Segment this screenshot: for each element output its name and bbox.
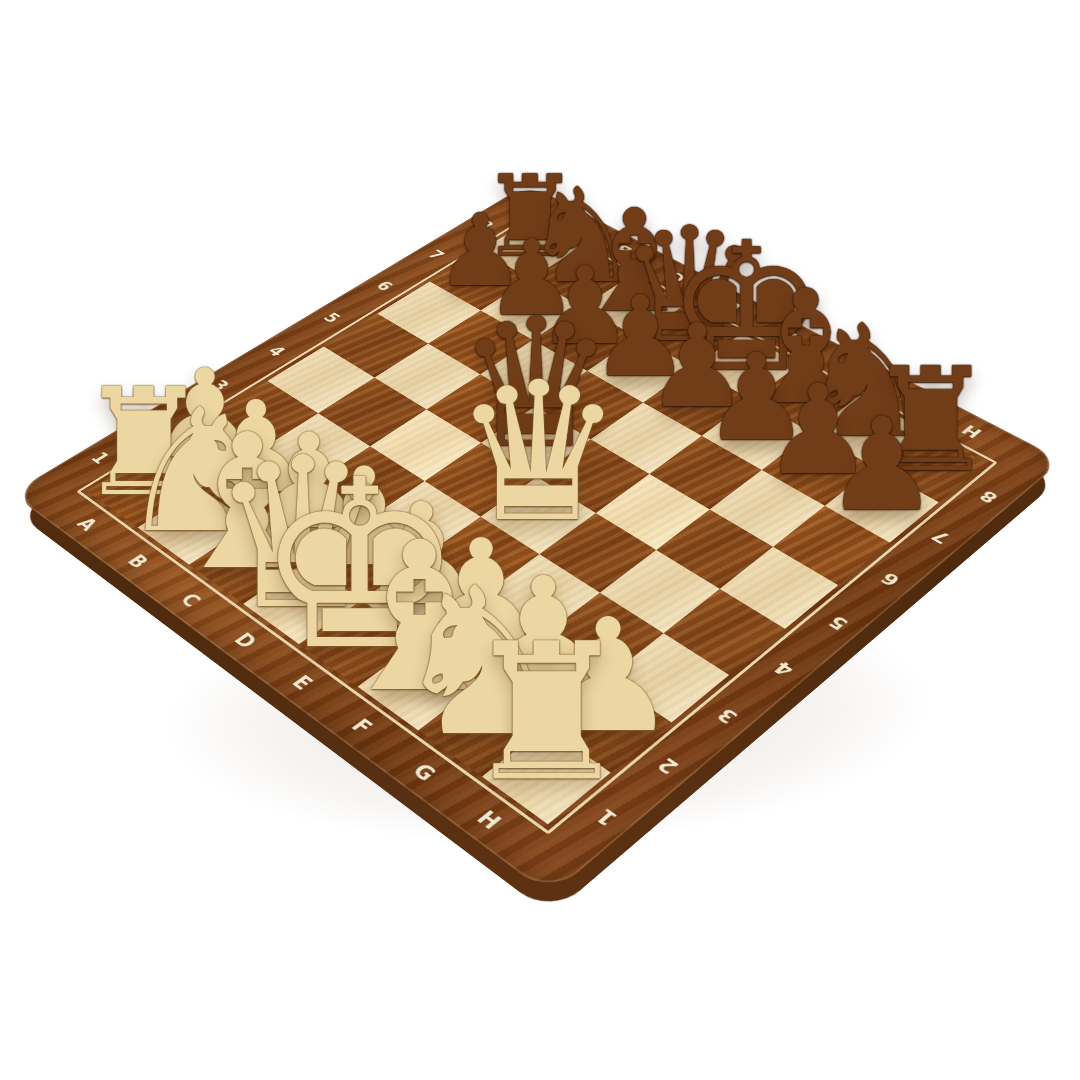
square-f5[interactable] bbox=[595, 473, 710, 549]
square-g1[interactable] bbox=[418, 682, 545, 776]
square-anchor bbox=[314, 448, 317, 450]
square-anchor bbox=[480, 728, 483, 730]
square-b1[interactable] bbox=[137, 488, 252, 565]
square-anchor bbox=[778, 587, 781, 589]
file-label-near-A: A bbox=[72, 515, 102, 535]
square-anchor bbox=[535, 441, 538, 443]
square-h6[interactable] bbox=[773, 506, 890, 585]
square-anchor bbox=[688, 335, 691, 337]
square-anchor bbox=[418, 684, 421, 686]
square-e4[interactable] bbox=[481, 477, 596, 554]
square-anchor bbox=[530, 309, 533, 311]
rank-label-left-2: 2 bbox=[147, 413, 175, 430]
file-label-near-H: H bbox=[471, 807, 506, 834]
square-anchor bbox=[308, 522, 311, 524]
square-anchor bbox=[479, 280, 482, 281]
file-label-far-G: G bbox=[895, 389, 923, 407]
square-anchor bbox=[542, 680, 545, 682]
square-anchor bbox=[723, 631, 726, 633]
square-e1[interactable] bbox=[299, 600, 421, 687]
square-g3[interactable] bbox=[542, 592, 664, 678]
square-anchor bbox=[428, 312, 431, 314]
square-anchor bbox=[479, 342, 482, 344]
square-anchor bbox=[633, 305, 636, 307]
file-label-near-F: F bbox=[346, 715, 378, 738]
square-anchor bbox=[645, 437, 648, 439]
square-f3[interactable] bbox=[481, 554, 600, 637]
square-g4[interactable] bbox=[600, 550, 719, 633]
square-anchor bbox=[142, 489, 145, 491]
square-anchor bbox=[666, 677, 669, 679]
rank-label-right-6: 6 bbox=[876, 568, 905, 589]
square-anchor bbox=[539, 594, 542, 596]
rank-label-left-4: 4 bbox=[264, 343, 290, 359]
square-anchor bbox=[596, 552, 599, 554]
square-anchor bbox=[532, 372, 535, 374]
rank-label-right-8: 8 bbox=[975, 487, 1002, 506]
square-g2[interactable] bbox=[481, 636, 605, 726]
square-anchor bbox=[479, 408, 482, 410]
square-f1[interactable] bbox=[357, 640, 481, 730]
square-anchor bbox=[479, 479, 482, 481]
square-h4[interactable] bbox=[664, 589, 786, 675]
square-anchor bbox=[704, 472, 707, 474]
square-anchor bbox=[755, 434, 758, 436]
square-anchor bbox=[320, 379, 323, 381]
square-anchor bbox=[651, 511, 654, 513]
square-anchor bbox=[375, 345, 378, 347]
square-anchor bbox=[371, 411, 374, 413]
file-label-far-A: A bbox=[560, 215, 585, 230]
square-e3[interactable] bbox=[423, 516, 540, 596]
square-h5[interactable] bbox=[719, 546, 838, 629]
rank-label-left-7: 7 bbox=[424, 248, 449, 263]
square-anchor bbox=[358, 642, 361, 644]
square-anchor bbox=[588, 404, 591, 406]
square-d3[interactable] bbox=[366, 481, 481, 558]
square-anchor bbox=[367, 482, 370, 484]
square-anchor bbox=[537, 515, 540, 517]
file-label-near-B: B bbox=[123, 552, 154, 573]
square-anchor bbox=[607, 724, 610, 726]
square-anchor bbox=[766, 507, 769, 509]
square-anchor bbox=[592, 475, 595, 477]
square-anchor bbox=[866, 430, 869, 432]
square-anchor bbox=[545, 774, 548, 776]
square-anchor bbox=[263, 414, 266, 416]
square-anchor bbox=[580, 277, 583, 278]
square-anchor bbox=[584, 338, 587, 340]
rank-label-right-2: 2 bbox=[652, 753, 684, 777]
square-h1[interactable] bbox=[482, 726, 611, 824]
file-label-far-C: C bbox=[664, 269, 689, 284]
square-anchor bbox=[929, 465, 932, 467]
square-c1[interactable] bbox=[189, 524, 306, 604]
rank-label-right-3: 3 bbox=[712, 704, 743, 727]
rank-label-left-1: 1 bbox=[86, 449, 114, 467]
file-label-near-G: G bbox=[407, 760, 441, 786]
photo-background: AABBCCDDEEFFGGHH1122334455667788 ♜♞♝♛♚♝♞… bbox=[0, 0, 1080, 1080]
square-d2[interactable] bbox=[306, 520, 423, 600]
square-anchor bbox=[696, 401, 699, 403]
file-label-far-D: D bbox=[718, 297, 745, 314]
square-anchor bbox=[193, 525, 196, 527]
square-anchor bbox=[804, 397, 807, 399]
square-anchor bbox=[426, 376, 429, 378]
square-anchor bbox=[817, 468, 820, 470]
rank-label-left-5: 5 bbox=[319, 310, 345, 326]
square-g6[interactable] bbox=[710, 470, 825, 546]
square-d1[interactable] bbox=[243, 561, 362, 644]
square-anchor bbox=[745, 366, 748, 368]
square-anchor bbox=[420, 598, 423, 600]
square-anchor bbox=[422, 518, 425, 520]
square-anchor bbox=[601, 635, 604, 637]
file-label-far-B: B bbox=[611, 242, 636, 257]
file-label-far-H: H bbox=[957, 422, 986, 441]
square-anchor bbox=[529, 249, 531, 250]
square-anchor bbox=[480, 638, 483, 640]
rank-label-right-4: 4 bbox=[769, 657, 799, 679]
rank-label-left-8: 8 bbox=[473, 218, 497, 232]
square-f2[interactable] bbox=[420, 596, 542, 682]
square-anchor bbox=[881, 504, 884, 506]
rank-label-left-6: 6 bbox=[372, 279, 397, 294]
file-label-far-E: E bbox=[776, 327, 801, 343]
file-label-near-E: E bbox=[287, 672, 318, 694]
rank-label-right-1: 1 bbox=[590, 804, 623, 830]
square-h7[interactable] bbox=[825, 466, 940, 542]
square-e2[interactable] bbox=[362, 557, 481, 640]
file-label-near-C: C bbox=[175, 590, 206, 611]
square-g5[interactable] bbox=[656, 509, 773, 588]
rank-label-left-3: 3 bbox=[206, 377, 233, 394]
square-anchor bbox=[301, 602, 304, 604]
square-anchor bbox=[658, 590, 661, 592]
square-anchor bbox=[246, 563, 249, 565]
square-c2[interactable] bbox=[252, 484, 367, 561]
square-anchor bbox=[480, 555, 483, 557]
square-h3[interactable] bbox=[605, 633, 729, 723]
square-anchor bbox=[639, 369, 642, 371]
file-label-far-F: F bbox=[835, 358, 861, 375]
square-anchor bbox=[713, 548, 716, 550]
rank-label-right-7: 7 bbox=[927, 527, 955, 547]
square-anchor bbox=[830, 544, 833, 546]
rank-label-right-5: 5 bbox=[824, 612, 853, 634]
file-label-near-D: D bbox=[229, 630, 262, 653]
square-h2[interactable] bbox=[545, 679, 672, 773]
square-anchor bbox=[363, 559, 366, 561]
square-anchor bbox=[203, 451, 206, 453]
square-anchor bbox=[424, 444, 427, 446]
square-f4[interactable] bbox=[539, 513, 656, 593]
square-anchor bbox=[255, 486, 258, 488]
